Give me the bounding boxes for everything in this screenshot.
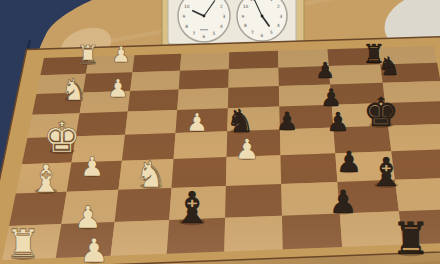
clock-numeral: 6 [203, 34, 206, 39]
clock-numeral: 8 [185, 24, 188, 29]
piece-black-pawn-a7: ♟ [315, 58, 335, 83]
clock-numeral: 2 [277, 4, 280, 9]
clock-numeral: 11 [191, 0, 197, 1]
clock-numeral: 4 [220, 24, 223, 29]
clock-numeral: 9 [242, 14, 245, 19]
clock-center-pin [261, 15, 264, 18]
clock-center-pin [203, 15, 206, 18]
piece-white-pawn-h2: ♟ [79, 231, 109, 264]
piece-white-rook-h1: ♜ [5, 221, 41, 264]
clock-numeral: 3 [280, 14, 283, 19]
photo-of-chess-game: 123456789101112 123456789101112 ♟♜♜♞♟♟♞♟… [0, 0, 440, 264]
piece-white-pawn-c3: ♟ [186, 108, 208, 137]
piece-black-pawn-c7: ♟ [326, 107, 349, 137]
piece-white-bishop-f1: ♝ [29, 157, 63, 201]
clock-numeral: 7 [251, 30, 254, 35]
clock-numeral: 9 [183, 14, 186, 19]
clock-numeral: 4 [277, 23, 280, 28]
clock-numeral: 5 [270, 30, 273, 35]
piece-black-bishop-d8: ♝ [368, 149, 404, 195]
piece-black-pawn-f7: ♟ [329, 183, 358, 221]
clock-numeral: 8 [244, 23, 247, 28]
clock-numeral: 3 [223, 14, 226, 19]
piece-white-pawn-g2: ♟ [74, 199, 102, 235]
clock-numeral: 5 [213, 31, 216, 36]
piece-white-pawn-e2: ♟ [80, 151, 104, 182]
clock-numeral: 1 [270, 0, 273, 2]
clock-numeral: 2 [220, 4, 223, 9]
clock-numeral: 10 [243, 4, 249, 9]
piece-white-king-e1: ♚ [43, 113, 81, 162]
piece-black-knight-b8: ♞ [378, 52, 400, 81]
scene: 123456789101112 123456789101112 ♟♜♜♞♟♟♞♟… [0, 0, 440, 264]
piece-black-bishop-e4: ♝ [172, 182, 211, 233]
clock-numeral: 7 [193, 31, 196, 36]
clock-brand-mark [200, 29, 208, 30]
piece-white-pawn-a2: ♟ [111, 42, 131, 67]
piece-black-pawn-c5: ♟ [276, 107, 298, 136]
clock-numeral: 6 [261, 33, 264, 38]
piece-black-rook-g8: ♜ [391, 213, 430, 264]
clock-numeral: 10 [184, 4, 190, 9]
piece-white-knight-b1: ♞ [61, 72, 88, 107]
piece-white-pawn-d4: ♟ [234, 133, 259, 166]
piece-white-rook-a1: ♜ [76, 40, 99, 70]
piece-white-pawn-b2: ♟ [107, 74, 129, 103]
piece-white-knight-f3: ♞ [135, 154, 167, 195]
chess-clock: 123456789101112 123456789101112 [162, 0, 304, 48]
piece-black-pawn-e7: ♟ [336, 145, 362, 179]
piece-black-king-c8: ♚ [363, 89, 399, 135]
